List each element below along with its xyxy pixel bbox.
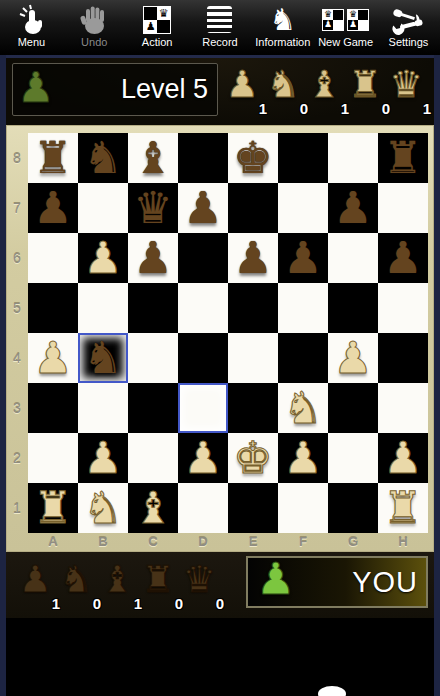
captured-pawn: ♟1 <box>18 554 59 616</box>
file-label-c: C <box>128 533 178 552</box>
square-b5[interactable] <box>78 283 128 333</box>
piece-white-pawn: ♟ <box>283 434 322 482</box>
captured-bishop: ♝1 <box>307 59 348 121</box>
square-g1[interactable] <box>328 483 378 533</box>
square-f4[interactable] <box>278 333 328 383</box>
piece-black-king: ♚ <box>233 134 272 182</box>
square-h8[interactable]: ♜ <box>378 133 428 183</box>
square-h7[interactable] <box>378 183 428 233</box>
square-c1[interactable]: ♝ <box>128 483 178 533</box>
captured-black-tray: ♟1♞0♝1♜0♛0 <box>18 554 223 616</box>
square-b1[interactable]: ♞ <box>78 483 128 533</box>
captured-rook: ♜0 <box>141 554 182 616</box>
square-f7[interactable] <box>278 183 328 233</box>
captured-queen: ♛0 <box>182 554 223 616</box>
rook-icon: ♜ <box>141 558 175 602</box>
captured-knight: ♞0 <box>59 554 100 616</box>
square-b2[interactable]: ♟ <box>78 433 128 483</box>
document-lines-icon <box>207 3 232 36</box>
tools-icon <box>391 3 425 36</box>
rank-label-7: 7 <box>6 183 28 233</box>
new-game-label: New Game <box>318 36 373 48</box>
square-a4[interactable]: ♟ <box>28 333 78 383</box>
file-label-e: E <box>228 533 278 552</box>
file-label-b: B <box>78 533 128 552</box>
piece-black-pawn: ♟ <box>133 234 172 282</box>
piece-white-pawn: ♟ <box>83 234 122 282</box>
file-label-a: A <box>28 533 78 552</box>
square-d1[interactable] <box>178 483 228 533</box>
piece-black-knight: ♞ <box>83 134 122 182</box>
piece-black-knight: ♞ <box>83 334 122 382</box>
square-d6[interactable] <box>178 233 228 283</box>
screen-right-edge <box>434 55 440 696</box>
square-f5[interactable] <box>278 283 328 333</box>
piece-black-queen: ♛ <box>133 184 172 232</box>
rank-label-8: 8 <box>6 133 28 183</box>
mini-chessboard-icon: ♛ ♟ <box>143 3 171 36</box>
square-b7[interactable] <box>78 183 128 233</box>
square-a6[interactable] <box>28 233 78 283</box>
toolbar: Menu Undo ♛ <box>0 0 440 55</box>
square-b8[interactable]: ♞ <box>78 133 128 183</box>
information-button[interactable]: ♞ Information <box>253 0 313 55</box>
square-a2[interactable] <box>28 433 78 483</box>
pawn-icon: ♟ <box>225 63 259 107</box>
settings-button[interactable]: Settings <box>378 0 438 55</box>
square-g6[interactable] <box>328 233 378 283</box>
two-boards-icon: ♛ ♟ ♛ ♟ <box>322 3 369 36</box>
file-labels: ABCDEFGH <box>28 533 428 552</box>
piece-black-pawn: ♟ <box>233 234 272 282</box>
rank-label-1: 1 <box>6 483 28 533</box>
rank-label-3: 3 <box>6 383 28 433</box>
ad-area <box>6 618 434 696</box>
opponent-level-box: ♟ Level 5 <box>12 63 218 116</box>
piece-white-pawn: ♟ <box>83 434 122 482</box>
square-a5[interactable] <box>28 283 78 333</box>
new-game-button[interactable]: ♛ ♟ ♛ ♟ New Game <box>316 0 376 55</box>
square-f6[interactable]: ♟ <box>278 233 328 283</box>
square-b4[interactable]: ♞ <box>78 333 128 383</box>
pawn-icon: ♟ <box>18 558 52 602</box>
piece-white-knight: ♞ <box>283 384 322 432</box>
rank-label-4: 4 <box>6 333 28 383</box>
square-h5[interactable] <box>378 283 428 333</box>
captured-knight: ♞0 <box>266 59 307 121</box>
square-c2[interactable] <box>128 433 178 483</box>
captured-queen-count: 1 <box>423 100 431 117</box>
square-c3[interactable] <box>128 383 178 433</box>
square-d5[interactable] <box>178 283 228 333</box>
captured-bishop: ♝1 <box>100 554 141 616</box>
piece-white-king: ♚ <box>233 434 272 482</box>
undo-button[interactable]: Undo <box>64 0 124 55</box>
knight-icon: ♞ <box>269 3 296 36</box>
piece-white-bishop: ♝ <box>133 484 172 532</box>
square-e5[interactable] <box>228 283 278 333</box>
action-button[interactable]: ♛ ♟ Action <box>127 0 187 55</box>
square-h4[interactable] <box>378 333 428 383</box>
rank-label-2: 2 <box>6 433 28 483</box>
square-d7[interactable]: ♟ <box>178 183 228 233</box>
square-f3[interactable]: ♞ <box>278 383 328 433</box>
bishop-icon: ♝ <box>100 558 134 602</box>
square-a1[interactable]: ♜ <box>28 483 78 533</box>
square-f1[interactable] <box>278 483 328 533</box>
board-frame: 87654321 ♜♞♝♚♜♟♛♟♟♟♟♟♟♟♟♞♟♞♟♟♚♟♟♜♞♝♜ ABC… <box>6 125 434 552</box>
square-g4[interactable]: ♟ <box>328 333 378 383</box>
piece-black-pawn: ♟ <box>333 184 372 232</box>
captured-white-tray: ♟1♞0♝1♜0♛1 <box>225 59 430 121</box>
file-label-f: F <box>278 533 328 552</box>
square-d2[interactable]: ♟ <box>178 433 228 483</box>
square-g5[interactable] <box>328 283 378 333</box>
square-h2[interactable]: ♟ <box>378 433 428 483</box>
square-c8[interactable]: ♝ <box>128 133 178 183</box>
square-d3[interactable] <box>178 383 228 433</box>
piece-black-pawn: ♟ <box>33 184 72 232</box>
file-label-g: G <box>328 533 378 552</box>
record-button[interactable]: Record <box>190 0 250 55</box>
file-label-d: D <box>178 533 228 552</box>
square-e6[interactable]: ♟ <box>228 233 278 283</box>
square-e3[interactable] <box>228 383 278 433</box>
square-h3[interactable] <box>378 383 428 433</box>
queen-icon: ♛ <box>182 558 216 602</box>
square-c6[interactable]: ♟ <box>128 233 178 283</box>
undo-label: Undo <box>81 36 107 48</box>
square-a7[interactable]: ♟ <box>28 183 78 233</box>
square-e7[interactable] <box>228 183 278 233</box>
square-g8[interactable] <box>328 133 378 183</box>
captured-pawn: ♟1 <box>225 59 266 121</box>
knight-icon: ♞ <box>266 63 300 107</box>
square-g7[interactable]: ♟ <box>328 183 378 233</box>
piece-black-pawn: ♟ <box>283 234 322 282</box>
square-h1[interactable]: ♜ <box>378 483 428 533</box>
square-c5[interactable] <box>128 283 178 333</box>
bishop-icon: ♝ <box>307 63 341 107</box>
screen-left-edge <box>0 55 6 696</box>
captured-queen-count: 0 <box>216 595 224 612</box>
information-label: Information <box>255 36 310 48</box>
captured-queen: ♛1 <box>389 59 430 121</box>
piece-white-pawn: ♟ <box>333 334 372 382</box>
square-b6[interactable]: ♟ <box>78 233 128 283</box>
rank-label-6: 6 <box>6 233 28 283</box>
rook-icon: ♜ <box>348 63 382 107</box>
square-e8[interactable]: ♚ <box>228 133 278 183</box>
square-d4[interactable] <box>178 333 228 383</box>
square-h6[interactable]: ♟ <box>378 233 428 283</box>
player-bar: ♟1♞0♝1♜0♛0 ♟ YOU <box>6 552 434 618</box>
square-c7[interactable]: ♛ <box>128 183 178 233</box>
piece-black-bishop: ♝ <box>133 134 172 182</box>
tap-hand-icon <box>15 3 47 36</box>
menu-button[interactable]: Menu <box>1 0 61 55</box>
you-label: YOU <box>295 566 426 599</box>
square-e1[interactable] <box>228 483 278 533</box>
square-e4[interactable] <box>228 333 278 383</box>
settings-label: Settings <box>389 36 429 48</box>
piece-white-knight: ♞ <box>83 484 122 532</box>
piece-black-pawn: ♟ <box>383 234 422 282</box>
square-g3[interactable] <box>328 383 378 433</box>
piece-white-rook: ♜ <box>33 484 72 532</box>
piece-white-pawn: ♟ <box>33 334 72 382</box>
square-f2[interactable]: ♟ <box>278 433 328 483</box>
rank-label-5: 5 <box>6 283 28 333</box>
piece-black-rook: ♜ <box>383 134 422 182</box>
piece-white-rook: ♜ <box>383 484 422 532</box>
action-label: Action <box>142 36 173 48</box>
menu-label: Menu <box>18 36 46 48</box>
queen-icon: ♛ <box>389 63 423 107</box>
record-label: Record <box>202 36 237 48</box>
square-g2[interactable] <box>328 433 378 483</box>
opponent-bar: ♟ Level 5 ♟1♞0♝1♜0♛1 <box>6 58 434 125</box>
file-label-h: H <box>378 533 428 552</box>
square-a8[interactable]: ♜ <box>28 133 78 183</box>
app-screen: Menu Undo ♛ <box>0 0 440 696</box>
square-a3[interactable] <box>28 383 78 433</box>
piece-black-rook: ♜ <box>33 134 72 182</box>
square-f8[interactable] <box>278 133 328 183</box>
piece-white-pawn: ♟ <box>183 434 222 482</box>
chess-board: ♜♞♝♚♜♟♛♟♟♟♟♟♟♟♟♞♟♞♟♟♚♟♟♜♞♝♜ <box>28 133 428 533</box>
partial-white-shape <box>318 686 346 696</box>
rank-labels: 87654321 <box>6 133 28 533</box>
piece-black-pawn: ♟ <box>183 184 222 232</box>
square-e2[interactable]: ♚ <box>228 433 278 483</box>
knight-icon: ♞ <box>59 558 93 602</box>
stop-hand-icon <box>79 3 109 36</box>
you-panel: ♟ YOU <box>246 556 428 608</box>
level-label: Level 5 <box>55 74 217 105</box>
captured-rook: ♜0 <box>348 59 389 121</box>
square-d8[interactable] <box>178 133 228 183</box>
piece-white-pawn: ♟ <box>383 434 422 482</box>
square-c4[interactable] <box>128 333 178 383</box>
square-b3[interactable] <box>78 383 128 433</box>
player-turn-pawn-icon: ♟ <box>256 557 295 601</box>
opponent-turn-pawn-icon: ♟ <box>17 67 55 109</box>
